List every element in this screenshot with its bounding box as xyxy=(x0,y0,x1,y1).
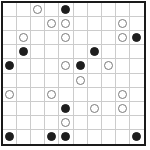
cell-r2c1[interactable] xyxy=(17,31,31,45)
cell-r2c5[interactable] xyxy=(74,31,88,45)
cell-r2c9[interactable] xyxy=(130,31,144,45)
white-pearl xyxy=(118,90,127,99)
cell-r8c7[interactable] xyxy=(102,116,116,130)
white-pearl xyxy=(61,19,70,28)
cell-r5c7[interactable] xyxy=(102,74,116,88)
cell-r0c4[interactable] xyxy=(59,3,73,17)
cell-r3c3[interactable] xyxy=(45,45,59,59)
cell-r7c2[interactable] xyxy=(31,102,45,116)
cell-r1c7[interactable] xyxy=(102,17,116,31)
cell-r1c0[interactable] xyxy=(3,17,17,31)
cell-r8c3[interactable] xyxy=(45,116,59,130)
cell-r6c3[interactable] xyxy=(45,88,59,102)
cell-r8c8[interactable] xyxy=(116,116,130,130)
cell-r2c8[interactable] xyxy=(116,31,130,45)
cell-r5c9[interactable] xyxy=(130,74,144,88)
cell-r3c5[interactable] xyxy=(74,45,88,59)
cell-r1c9[interactable] xyxy=(130,17,144,31)
black-pearl xyxy=(5,61,14,70)
cell-r4c5[interactable] xyxy=(74,59,88,73)
cell-r5c0[interactable] xyxy=(3,74,17,88)
white-pearl xyxy=(19,33,28,42)
cell-r0c1[interactable] xyxy=(17,3,31,17)
cell-r9c8[interactable] xyxy=(116,130,130,144)
cell-r6c5[interactable] xyxy=(74,88,88,102)
cell-r9c4[interactable] xyxy=(59,130,73,144)
cell-r8c2[interactable] xyxy=(31,116,45,130)
white-pearl xyxy=(90,104,99,113)
cell-r6c0[interactable] xyxy=(3,88,17,102)
cell-r9c7[interactable] xyxy=(102,130,116,144)
cell-r3c4[interactable] xyxy=(59,45,73,59)
cell-r9c3[interactable] xyxy=(45,130,59,144)
cell-r0c6[interactable] xyxy=(88,3,102,17)
black-pearl xyxy=(61,132,70,141)
cell-r7c7[interactable] xyxy=(102,102,116,116)
cell-r4c9[interactable] xyxy=(130,59,144,73)
cell-r5c6[interactable] xyxy=(88,74,102,88)
cell-r8c9[interactable] xyxy=(130,116,144,130)
cell-r3c9[interactable] xyxy=(130,45,144,59)
cell-r2c3[interactable] xyxy=(45,31,59,45)
cell-r5c2[interactable] xyxy=(31,74,45,88)
black-pearl xyxy=(90,47,99,56)
cell-r2c6[interactable] xyxy=(88,31,102,45)
white-pearl xyxy=(61,118,70,127)
cell-r7c8[interactable] xyxy=(116,102,130,116)
cell-r1c6[interactable] xyxy=(88,17,102,31)
cell-r0c0[interactable] xyxy=(3,3,17,17)
cell-r6c2[interactable] xyxy=(31,88,45,102)
cell-r1c4[interactable] xyxy=(59,17,73,31)
cell-r4c1[interactable] xyxy=(17,59,31,73)
cell-r3c0[interactable] xyxy=(3,45,17,59)
cell-r3c1[interactable] xyxy=(17,45,31,59)
cell-r0c5[interactable] xyxy=(74,3,88,17)
white-pearl xyxy=(61,61,70,70)
cell-r7c0[interactable] xyxy=(3,102,17,116)
white-pearl xyxy=(33,5,42,14)
cell-r0c9[interactable] xyxy=(130,3,144,17)
white-pearl xyxy=(47,90,56,99)
cell-r8c4[interactable] xyxy=(59,116,73,130)
cell-r9c0[interactable] xyxy=(3,130,17,144)
black-pearl xyxy=(19,47,28,56)
cell-r8c5[interactable] xyxy=(74,116,88,130)
cell-r5c1[interactable] xyxy=(17,74,31,88)
cell-r4c0[interactable] xyxy=(3,59,17,73)
white-pearl xyxy=(118,104,127,113)
cell-r7c6[interactable] xyxy=(88,102,102,116)
cell-r2c2[interactable] xyxy=(31,31,45,45)
cell-r5c5[interactable] xyxy=(74,74,88,88)
cell-r1c8[interactable] xyxy=(116,17,130,31)
cell-r1c2[interactable] xyxy=(31,17,45,31)
cell-r8c6[interactable] xyxy=(88,116,102,130)
cell-r5c3[interactable] xyxy=(45,74,59,88)
cell-r3c7[interactable] xyxy=(102,45,116,59)
cell-r7c5[interactable] xyxy=(74,102,88,116)
cell-r1c3[interactable] xyxy=(45,17,59,31)
black-pearl xyxy=(132,132,141,141)
cell-r5c8[interactable] xyxy=(116,74,130,88)
cell-r9c5[interactable] xyxy=(74,130,88,144)
cell-r6c8[interactable] xyxy=(116,88,130,102)
cell-r0c3[interactable] xyxy=(45,3,59,17)
cell-r2c4[interactable] xyxy=(59,31,73,45)
cell-r8c0[interactable] xyxy=(3,116,17,130)
cell-r3c8[interactable] xyxy=(116,45,130,59)
cell-r4c3[interactable] xyxy=(45,59,59,73)
cell-r4c4[interactable] xyxy=(59,59,73,73)
cell-r2c7[interactable] xyxy=(102,31,116,45)
black-pearl xyxy=(61,104,70,113)
cell-r7c9[interactable] xyxy=(130,102,144,116)
cell-r6c9[interactable] xyxy=(130,88,144,102)
cell-r7c4[interactable] xyxy=(59,102,73,116)
cell-r9c6[interactable] xyxy=(88,130,102,144)
cell-r5c4[interactable] xyxy=(59,74,73,88)
cell-r7c3[interactable] xyxy=(45,102,59,116)
black-pearl xyxy=(61,5,70,14)
cell-r4c2[interactable] xyxy=(31,59,45,73)
cell-r4c8[interactable] xyxy=(116,59,130,73)
cell-r9c2[interactable] xyxy=(31,130,45,144)
cell-r0c2[interactable] xyxy=(31,3,45,17)
white-pearl xyxy=(118,33,127,42)
black-pearl xyxy=(76,61,85,70)
masyu-puzzle-page xyxy=(0,0,150,150)
black-pearl xyxy=(5,132,14,141)
cell-r6c1[interactable] xyxy=(17,88,31,102)
masyu-board xyxy=(1,1,146,146)
cell-r7c1[interactable] xyxy=(17,102,31,116)
white-pearl xyxy=(76,76,85,85)
white-pearl xyxy=(61,33,70,42)
cell-r9c9[interactable] xyxy=(130,130,144,144)
cell-r9c1[interactable] xyxy=(17,130,31,144)
cell-r2c0[interactable] xyxy=(3,31,17,45)
cell-r8c1[interactable] xyxy=(17,116,31,130)
white-pearl xyxy=(118,19,127,28)
cell-r1c1[interactable] xyxy=(17,17,31,31)
cell-r6c4[interactable] xyxy=(59,88,73,102)
black-pearl xyxy=(132,33,141,42)
cell-r1c5[interactable] xyxy=(74,17,88,31)
cell-r3c6[interactable] xyxy=(88,45,102,59)
white-pearl xyxy=(104,61,113,70)
cell-r0c7[interactable] xyxy=(102,3,116,17)
cell-r6c6[interactable] xyxy=(88,88,102,102)
black-pearl xyxy=(47,132,56,141)
cell-r6c7[interactable] xyxy=(102,88,116,102)
white-pearl xyxy=(5,90,14,99)
white-pearl xyxy=(47,19,56,28)
cell-r0c8[interactable] xyxy=(116,3,130,17)
cell-r4c7[interactable] xyxy=(102,59,116,73)
cell-r4c6[interactable] xyxy=(88,59,102,73)
cell-r3c2[interactable] xyxy=(31,45,45,59)
